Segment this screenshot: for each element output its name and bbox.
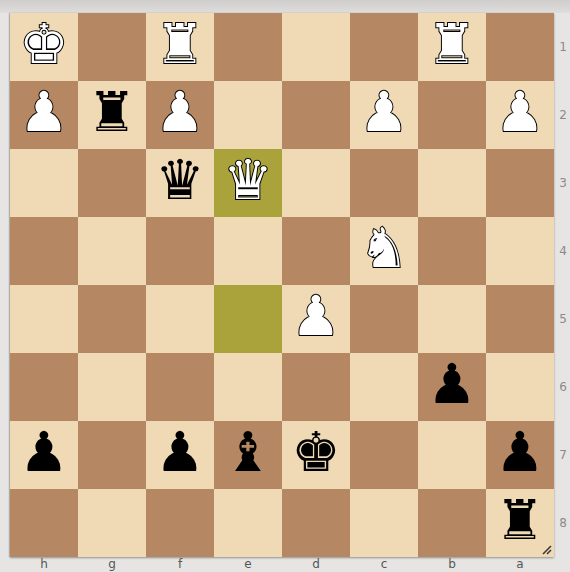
square-b5[interactable] — [418, 285, 486, 353]
window-top-strip — [0, 0, 570, 13]
file-label-d: d — [282, 556, 350, 572]
square-d5[interactable]: ♟ — [282, 285, 350, 353]
square-b4[interactable] — [418, 217, 486, 285]
black-pawn[interactable]: ♟ — [427, 350, 476, 418]
square-f5[interactable] — [146, 285, 214, 353]
file-coordinates: hgfedcba — [10, 556, 554, 572]
file-label-h: h — [10, 556, 78, 572]
rank-label-3: 3 — [556, 149, 570, 217]
square-b1[interactable]: ♜ — [418, 13, 486, 81]
square-h4[interactable] — [10, 217, 78, 285]
rank-label-8: 8 — [556, 489, 570, 557]
square-a3[interactable] — [486, 149, 554, 217]
square-c5[interactable] — [350, 285, 418, 353]
rank-label-1: 1 — [556, 13, 570, 81]
square-b8[interactable] — [418, 489, 486, 557]
square-e2[interactable] — [214, 81, 282, 149]
black-king[interactable]: ♚ — [291, 418, 340, 486]
square-c3[interactable] — [350, 149, 418, 217]
square-f4[interactable] — [146, 217, 214, 285]
square-g1[interactable] — [78, 13, 146, 81]
white-rook[interactable]: ♜ — [155, 10, 204, 78]
square-e7[interactable]: ♝ — [214, 421, 282, 489]
square-c2[interactable]: ♟ — [350, 81, 418, 149]
square-c8[interactable] — [350, 489, 418, 557]
square-e5[interactable] — [214, 285, 282, 353]
white-queen[interactable]: ♛ — [223, 146, 272, 214]
square-d1[interactable] — [282, 13, 350, 81]
file-label-f: f — [146, 556, 214, 572]
black-rook[interactable]: ♜ — [87, 78, 136, 146]
square-a7[interactable]: ♟ — [486, 421, 554, 489]
black-pawn[interactable]: ♟ — [155, 418, 204, 486]
chess-app-window: ♚♜♜♟♜♟♟♟♛♛♞♟♟♟♟♝♚♟♜ 12345678 hgfedcba — [0, 0, 570, 572]
white-pawn[interactable]: ♟ — [291, 282, 340, 350]
white-pawn[interactable]: ♟ — [155, 78, 204, 146]
square-d8[interactable] — [282, 489, 350, 557]
square-d4[interactable] — [282, 217, 350, 285]
square-f2[interactable]: ♟ — [146, 81, 214, 149]
file-label-g: g — [78, 556, 146, 572]
square-h3[interactable] — [10, 149, 78, 217]
rank-coordinates: 12345678 — [556, 13, 570, 557]
square-c6[interactable] — [350, 353, 418, 421]
square-e4[interactable] — [214, 217, 282, 285]
square-a4[interactable] — [486, 217, 554, 285]
square-g8[interactable] — [78, 489, 146, 557]
square-b6[interactable]: ♟ — [418, 353, 486, 421]
file-label-e: e — [214, 556, 282, 572]
square-d3[interactable] — [282, 149, 350, 217]
chess-board[interactable]: ♚♜♜♟♜♟♟♟♛♛♞♟♟♟♟♝♚♟♜ — [10, 13, 554, 557]
white-rook[interactable]: ♜ — [427, 10, 476, 78]
white-king[interactable]: ♚ — [19, 10, 68, 78]
white-pawn[interactable]: ♟ — [359, 78, 408, 146]
square-b2[interactable] — [418, 81, 486, 149]
square-g3[interactable] — [78, 149, 146, 217]
file-label-a: a — [486, 556, 554, 572]
square-f8[interactable] — [146, 489, 214, 557]
square-b3[interactable] — [418, 149, 486, 217]
square-e6[interactable] — [214, 353, 282, 421]
black-pawn[interactable]: ♟ — [495, 418, 544, 486]
square-f6[interactable] — [146, 353, 214, 421]
white-pawn[interactable]: ♟ — [495, 78, 544, 146]
square-e3[interactable]: ♛ — [214, 149, 282, 217]
square-c1[interactable] — [350, 13, 418, 81]
black-queen[interactable]: ♛ — [155, 146, 204, 214]
square-a1[interactable] — [486, 13, 554, 81]
black-bishop[interactable]: ♝ — [223, 418, 272, 486]
square-g7[interactable] — [78, 421, 146, 489]
square-d2[interactable] — [282, 81, 350, 149]
black-pawn[interactable]: ♟ — [19, 418, 68, 486]
square-h5[interactable] — [10, 285, 78, 353]
square-h7[interactable]: ♟ — [10, 421, 78, 489]
white-knight[interactable]: ♞ — [359, 214, 408, 282]
file-label-c: c — [350, 556, 418, 572]
file-label-b: b — [418, 556, 486, 572]
rank-label-5: 5 — [556, 285, 570, 353]
resize-handle-icon[interactable] — [539, 542, 552, 555]
square-h8[interactable] — [10, 489, 78, 557]
square-a6[interactable] — [486, 353, 554, 421]
square-c7[interactable] — [350, 421, 418, 489]
square-e8[interactable] — [214, 489, 282, 557]
square-h6[interactable] — [10, 353, 78, 421]
square-d7[interactable]: ♚ — [282, 421, 350, 489]
square-f7[interactable]: ♟ — [146, 421, 214, 489]
square-f1[interactable]: ♜ — [146, 13, 214, 81]
square-g6[interactable] — [78, 353, 146, 421]
square-f3[interactable]: ♛ — [146, 149, 214, 217]
rank-label-4: 4 — [556, 217, 570, 285]
square-h2[interactable]: ♟ — [10, 81, 78, 149]
rank-label-2: 2 — [556, 81, 570, 149]
square-g5[interactable] — [78, 285, 146, 353]
square-h1[interactable]: ♚ — [10, 13, 78, 81]
square-e1[interactable] — [214, 13, 282, 81]
square-b7[interactable] — [418, 421, 486, 489]
rank-label-6: 6 — [556, 353, 570, 421]
square-a2[interactable]: ♟ — [486, 81, 554, 149]
rank-label-7: 7 — [556, 421, 570, 489]
square-g4[interactable] — [78, 217, 146, 285]
black-rook[interactable]: ♜ — [495, 486, 544, 554]
square-d6[interactable] — [282, 353, 350, 421]
square-c4[interactable]: ♞ — [350, 217, 418, 285]
square-g2[interactable]: ♜ — [78, 81, 146, 149]
white-pawn[interactable]: ♟ — [19, 78, 68, 146]
square-a5[interactable] — [486, 285, 554, 353]
